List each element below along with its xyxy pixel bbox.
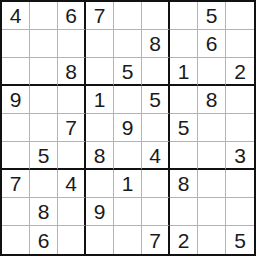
cell-r5c2[interactable]	[30, 114, 58, 142]
cell-r2c3[interactable]	[58, 30, 86, 58]
cell-r1c1[interactable]: 4	[2, 2, 30, 30]
cell-r6c4[interactable]: 8	[86, 142, 114, 170]
cell-r8c6[interactable]	[142, 198, 170, 226]
cell-r6c6[interactable]: 4	[142, 142, 170, 170]
cell-r7c2[interactable]	[30, 170, 58, 198]
cell-r9c2[interactable]: 6	[30, 226, 58, 254]
cell-r4c4[interactable]: 1	[86, 86, 114, 114]
cell-r6c1[interactable]	[2, 142, 30, 170]
cell-r6c5[interactable]	[114, 142, 142, 170]
cell-r9c1[interactable]	[2, 226, 30, 254]
cell-r4c5[interactable]	[114, 86, 142, 114]
cell-r3c4[interactable]	[86, 58, 114, 86]
cell-r9c9[interactable]: 5	[226, 226, 254, 254]
cell-r7c5[interactable]: 1	[114, 170, 142, 198]
cell-r4c7[interactable]	[170, 86, 198, 114]
cell-r2c9[interactable]	[226, 30, 254, 58]
cell-r3c7[interactable]: 1	[170, 58, 198, 86]
cell-r1c6[interactable]	[142, 2, 170, 30]
cell-r4c2[interactable]	[30, 86, 58, 114]
cell-r1c7[interactable]	[170, 2, 198, 30]
cell-r2c5[interactable]	[114, 30, 142, 58]
cell-r1c9[interactable]	[226, 2, 254, 30]
cell-r5c9[interactable]	[226, 114, 254, 142]
cell-r4c6[interactable]: 5	[142, 86, 170, 114]
cell-r3c9[interactable]: 2	[226, 58, 254, 86]
cell-r2c1[interactable]	[2, 30, 30, 58]
cell-r6c2[interactable]: 5	[30, 142, 58, 170]
cell-r3c6[interactable]	[142, 58, 170, 86]
cell-r6c8[interactable]	[198, 142, 226, 170]
cell-r5c7[interactable]: 5	[170, 114, 198, 142]
cell-r3c8[interactable]	[198, 58, 226, 86]
cell-r8c7[interactable]	[170, 198, 198, 226]
cell-r4c3[interactable]	[58, 86, 86, 114]
sudoku-board: 4675868512915879558437418896725	[0, 0, 256, 256]
cell-r2c6[interactable]: 8	[142, 30, 170, 58]
cell-r8c3[interactable]	[58, 198, 86, 226]
cell-r1c3[interactable]: 6	[58, 2, 86, 30]
cell-r7c6[interactable]	[142, 170, 170, 198]
cell-r8c1[interactable]	[2, 198, 30, 226]
cell-r1c8[interactable]: 5	[198, 2, 226, 30]
cell-r3c1[interactable]	[2, 58, 30, 86]
cell-r5c1[interactable]	[2, 114, 30, 142]
cell-r4c1[interactable]: 9	[2, 86, 30, 114]
cell-r1c2[interactable]	[30, 2, 58, 30]
cell-r9c3[interactable]	[58, 226, 86, 254]
cell-r9c4[interactable]	[86, 226, 114, 254]
cell-r8c4[interactable]: 9	[86, 198, 114, 226]
cell-r2c7[interactable]	[170, 30, 198, 58]
cell-r6c3[interactable]	[58, 142, 86, 170]
cell-r7c3[interactable]: 4	[58, 170, 86, 198]
cell-r8c2[interactable]: 8	[30, 198, 58, 226]
cell-r1c5[interactable]	[114, 2, 142, 30]
cell-r8c5[interactable]	[114, 198, 142, 226]
cell-r4c9[interactable]	[226, 86, 254, 114]
cell-r7c8[interactable]	[198, 170, 226, 198]
cell-r7c9[interactable]	[226, 170, 254, 198]
cell-r8c9[interactable]	[226, 198, 254, 226]
cell-r7c4[interactable]	[86, 170, 114, 198]
cell-r3c2[interactable]	[30, 58, 58, 86]
cell-r6c9[interactable]: 3	[226, 142, 254, 170]
cell-r5c4[interactable]	[86, 114, 114, 142]
cell-r1c4[interactable]: 7	[86, 2, 114, 30]
cell-r5c8[interactable]	[198, 114, 226, 142]
cell-r2c8[interactable]: 6	[198, 30, 226, 58]
cell-r2c4[interactable]	[86, 30, 114, 58]
cell-r9c5[interactable]	[114, 226, 142, 254]
cell-r2c2[interactable]	[30, 30, 58, 58]
cell-r5c6[interactable]	[142, 114, 170, 142]
cell-r8c8[interactable]	[198, 198, 226, 226]
cell-r5c5[interactable]: 9	[114, 114, 142, 142]
cell-r7c1[interactable]: 7	[2, 170, 30, 198]
cell-r4c8[interactable]: 8	[198, 86, 226, 114]
cell-r6c7[interactable]	[170, 142, 198, 170]
cell-r7c7[interactable]: 8	[170, 170, 198, 198]
cell-r9c7[interactable]: 2	[170, 226, 198, 254]
cell-r9c8[interactable]	[198, 226, 226, 254]
cell-r9c6[interactable]: 7	[142, 226, 170, 254]
cell-r3c5[interactable]: 5	[114, 58, 142, 86]
cell-r5c3[interactable]: 7	[58, 114, 86, 142]
cell-r3c3[interactable]: 8	[58, 58, 86, 86]
